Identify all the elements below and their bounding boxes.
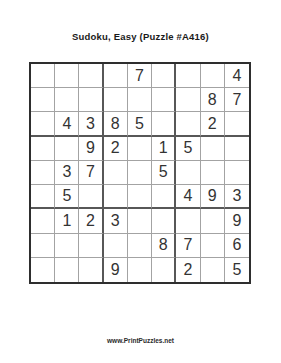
cell-r1c1 [31,64,55,88]
footer-url: www.PrintPuzzles.net [0,337,281,344]
cell-r4c9 [225,137,249,161]
sudoku-board: 748743852921537554931239876925 [29,62,251,284]
cell-r8c7: 7 [176,234,200,258]
cell-r3c2: 4 [55,112,79,136]
cell-r3c3: 3 [79,112,103,136]
cell-r3c8: 2 [201,112,225,136]
cell-r1c2 [55,64,79,88]
puzzle-title: Sudoku, Easy (Puzzle #A416) [0,31,281,42]
cell-r4c2 [55,137,79,161]
cell-r3c1 [31,112,55,136]
cell-r5c8 [201,161,225,185]
cell-r4c1 [31,137,55,161]
cell-r1c4 [104,64,128,88]
cell-r9c2 [55,258,79,282]
cell-r6c9: 3 [225,185,249,209]
cell-r8c1 [31,234,55,258]
cell-r5c6: 5 [152,161,176,185]
cell-r4c5 [128,137,152,161]
cell-r6c3 [79,185,103,209]
cell-r8c2 [55,234,79,258]
cell-r1c9: 4 [225,64,249,88]
cell-r9c3 [79,258,103,282]
cell-r7c7 [176,209,200,233]
cell-r9c6 [152,258,176,282]
cell-r2c8: 8 [201,88,225,112]
cell-r1c5: 7 [128,64,152,88]
cell-r2c5 [128,88,152,112]
cell-r1c3 [79,64,103,88]
cell-r2c3 [79,88,103,112]
cell-r5c2: 3 [55,161,79,185]
cell-r5c4 [104,161,128,185]
cell-r1c8 [201,64,225,88]
cell-r6c5 [128,185,152,209]
cell-r2c2 [55,88,79,112]
cell-r9c5 [128,258,152,282]
cell-r8c4 [104,234,128,258]
cell-r6c1 [31,185,55,209]
cell-r2c7 [176,88,200,112]
cell-r9c9: 5 [225,258,249,282]
cell-r3c9 [225,112,249,136]
cell-r7c5 [128,209,152,233]
cell-r5c5 [128,161,152,185]
cell-r7c6 [152,209,176,233]
cell-r1c7 [176,64,200,88]
cell-r9c7: 2 [176,258,200,282]
cell-r9c4: 9 [104,258,128,282]
cell-r7c2: 1 [55,209,79,233]
cell-r7c9: 9 [225,209,249,233]
cell-r6c6 [152,185,176,209]
cell-r3c7 [176,112,200,136]
cell-r6c8: 9 [201,185,225,209]
cell-r3c4: 8 [104,112,128,136]
cell-r7c1 [31,209,55,233]
cell-r5c1 [31,161,55,185]
cell-r7c4: 3 [104,209,128,233]
cell-r7c8 [201,209,225,233]
cell-r8c9: 6 [225,234,249,258]
cell-r5c9 [225,161,249,185]
cell-r2c1 [31,88,55,112]
cell-r3c6 [152,112,176,136]
cell-r1c6 [152,64,176,88]
cell-r4c4: 2 [104,137,128,161]
cell-r4c6: 1 [152,137,176,161]
cell-r8c3 [79,234,103,258]
cell-r8c8 [201,234,225,258]
cell-r2c9: 7 [225,88,249,112]
cell-r6c2: 5 [55,185,79,209]
cell-r6c7: 4 [176,185,200,209]
cell-r2c6 [152,88,176,112]
cell-r4c3: 9 [79,137,103,161]
cell-r8c5 [128,234,152,258]
cell-r9c8 [201,258,225,282]
cell-r4c8 [201,137,225,161]
cell-r4c7: 5 [176,137,200,161]
cell-r5c3: 7 [79,161,103,185]
cell-r2c4 [104,88,128,112]
cell-r7c3: 2 [79,209,103,233]
cell-r6c4 [104,185,128,209]
cell-r8c6: 8 [152,234,176,258]
puzzle-page: Sudoku, Easy (Puzzle #A416) 748743852921… [0,0,281,363]
cell-r3c5: 5 [128,112,152,136]
cell-r5c7 [176,161,200,185]
cell-r9c1 [31,258,55,282]
